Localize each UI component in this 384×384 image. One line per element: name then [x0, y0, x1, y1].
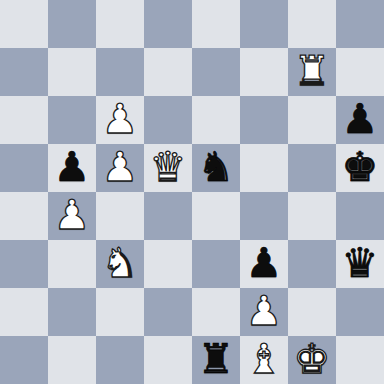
- square-d8[interactable]: [144, 0, 192, 48]
- square-f2[interactable]: ♟: [240, 288, 288, 336]
- square-g5[interactable]: [288, 144, 336, 192]
- white-pawn-f2[interactable]: ♟: [246, 288, 283, 335]
- square-a4[interactable]: [0, 192, 48, 240]
- square-g8[interactable]: [288, 0, 336, 48]
- square-e5[interactable]: ♞: [192, 144, 240, 192]
- square-e4[interactable]: [192, 192, 240, 240]
- square-e3[interactable]: [192, 240, 240, 288]
- square-f5[interactable]: [240, 144, 288, 192]
- square-c6[interactable]: ♟: [96, 96, 144, 144]
- square-h5[interactable]: ♚: [336, 144, 384, 192]
- square-c1[interactable]: [96, 336, 144, 384]
- white-king-g1[interactable]: ♚: [294, 336, 331, 383]
- white-bishop-f1[interactable]: ♝: [246, 336, 283, 383]
- square-f1[interactable]: ♝: [240, 336, 288, 384]
- square-d6[interactable]: [144, 96, 192, 144]
- square-a2[interactable]: [0, 288, 48, 336]
- chess-board: ♜♟♟♟♟♛♞♚♟♞♟♛♟♜♝♚: [0, 0, 384, 384]
- square-b8[interactable]: [48, 0, 96, 48]
- square-d4[interactable]: [144, 192, 192, 240]
- square-d7[interactable]: [144, 48, 192, 96]
- square-h4[interactable]: [336, 192, 384, 240]
- square-b4[interactable]: ♟: [48, 192, 96, 240]
- black-king-h5[interactable]: ♚: [342, 144, 379, 191]
- square-c2[interactable]: [96, 288, 144, 336]
- square-a5[interactable]: [0, 144, 48, 192]
- white-queen-d5[interactable]: ♛: [150, 144, 187, 191]
- square-d5[interactable]: ♛: [144, 144, 192, 192]
- black-knight-e5[interactable]: ♞: [198, 144, 235, 191]
- square-a7[interactable]: [0, 48, 48, 96]
- square-f6[interactable]: [240, 96, 288, 144]
- square-g6[interactable]: [288, 96, 336, 144]
- square-b6[interactable]: [48, 96, 96, 144]
- square-b2[interactable]: [48, 288, 96, 336]
- square-b5[interactable]: ♟: [48, 144, 96, 192]
- square-b3[interactable]: [48, 240, 96, 288]
- square-h2[interactable]: [336, 288, 384, 336]
- square-c3[interactable]: ♞: [96, 240, 144, 288]
- black-queen-h3[interactable]: ♛: [342, 240, 379, 287]
- square-c5[interactable]: ♟: [96, 144, 144, 192]
- square-a8[interactable]: [0, 0, 48, 48]
- square-f8[interactable]: [240, 0, 288, 48]
- black-rook-e1[interactable]: ♜: [198, 336, 235, 383]
- square-h3[interactable]: ♛: [336, 240, 384, 288]
- square-a1[interactable]: [0, 336, 48, 384]
- square-e7[interactable]: [192, 48, 240, 96]
- square-e6[interactable]: [192, 96, 240, 144]
- square-g2[interactable]: [288, 288, 336, 336]
- square-c7[interactable]: [96, 48, 144, 96]
- square-a6[interactable]: [0, 96, 48, 144]
- square-f4[interactable]: [240, 192, 288, 240]
- square-g7[interactable]: ♜: [288, 48, 336, 96]
- square-c8[interactable]: [96, 0, 144, 48]
- square-g4[interactable]: [288, 192, 336, 240]
- square-d2[interactable]: [144, 288, 192, 336]
- square-b7[interactable]: [48, 48, 96, 96]
- square-b1[interactable]: [48, 336, 96, 384]
- white-pawn-c6[interactable]: ♟: [102, 96, 139, 143]
- square-h7[interactable]: [336, 48, 384, 96]
- square-f7[interactable]: [240, 48, 288, 96]
- square-g3[interactable]: [288, 240, 336, 288]
- black-pawn-f3[interactable]: ♟: [246, 240, 283, 287]
- square-e2[interactable]: [192, 288, 240, 336]
- white-knight-c3[interactable]: ♞: [102, 240, 139, 287]
- square-d1[interactable]: [144, 336, 192, 384]
- square-f3[interactable]: ♟: [240, 240, 288, 288]
- white-pawn-c5[interactable]: ♟: [102, 144, 139, 191]
- black-pawn-h6[interactable]: ♟: [342, 96, 379, 143]
- square-d3[interactable]: [144, 240, 192, 288]
- black-pawn-b5[interactable]: ♟: [54, 144, 91, 191]
- square-e8[interactable]: [192, 0, 240, 48]
- square-g1[interactable]: ♚: [288, 336, 336, 384]
- white-pawn-b4[interactable]: ♟: [54, 192, 91, 239]
- square-h6[interactable]: ♟: [336, 96, 384, 144]
- square-a3[interactable]: [0, 240, 48, 288]
- square-e1[interactable]: ♜: [192, 336, 240, 384]
- square-h8[interactable]: [336, 0, 384, 48]
- square-c4[interactable]: [96, 192, 144, 240]
- white-rook-g7[interactable]: ♜: [294, 48, 331, 95]
- square-h1[interactable]: [336, 336, 384, 384]
